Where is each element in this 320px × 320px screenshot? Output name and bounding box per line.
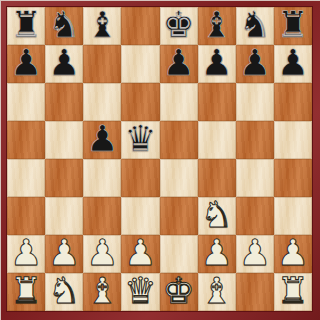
square-e4[interactable] — [160, 159, 198, 197]
black-bishop-piece[interactable]: ♝ — [86, 6, 118, 44]
square-b3[interactable] — [45, 197, 83, 235]
square-d6[interactable] — [121, 83, 159, 121]
square-c1[interactable]: ♝ — [83, 273, 121, 311]
square-e7[interactable]: ♟ — [160, 45, 198, 83]
white-rook-piece[interactable]: ♜ — [10, 272, 42, 310]
white-pawn-piece[interactable]: ♟ — [277, 234, 309, 272]
square-e3[interactable] — [160, 197, 198, 235]
square-b5[interactable] — [45, 121, 83, 159]
square-f4[interactable] — [198, 159, 236, 197]
square-g4[interactable] — [236, 159, 274, 197]
square-h1[interactable]: ♜ — [274, 273, 312, 311]
square-d2[interactable]: ♟ — [121, 235, 159, 273]
white-queen-piece[interactable]: ♛ — [124, 272, 156, 310]
square-g8[interactable]: ♞ — [236, 7, 274, 45]
square-e5[interactable] — [160, 121, 198, 159]
white-rook-piece[interactable]: ♜ — [277, 272, 309, 310]
white-pawn-piece[interactable]: ♟ — [48, 234, 80, 272]
square-a6[interactable] — [7, 83, 45, 121]
white-knight-piece[interactable]: ♞ — [201, 196, 233, 234]
square-g3[interactable] — [236, 197, 274, 235]
square-f8[interactable]: ♝ — [198, 7, 236, 45]
square-e8[interactable]: ♚ — [160, 7, 198, 45]
square-f7[interactable]: ♟ — [198, 45, 236, 83]
square-a8[interactable]: ♜ — [7, 7, 45, 45]
square-f1[interactable]: ♝ — [198, 273, 236, 311]
square-d7[interactable] — [121, 45, 159, 83]
square-c6[interactable] — [83, 83, 121, 121]
black-pawn-piece[interactable]: ♟ — [239, 44, 271, 82]
square-c2[interactable]: ♟ — [83, 235, 121, 273]
square-d1[interactable]: ♛ — [121, 273, 159, 311]
black-rook-piece[interactable]: ♜ — [277, 6, 309, 44]
chess-board: ♜♞♝♚♝♞♜♟♟♟♟♟♟♟♛♞♟♟♟♟♟♟♟♜♞♝♛♚♝♜ — [7, 7, 312, 311]
square-b7[interactable]: ♟ — [45, 45, 83, 83]
square-g7[interactable]: ♟ — [236, 45, 274, 83]
square-c3[interactable] — [83, 197, 121, 235]
square-e2[interactable] — [160, 235, 198, 273]
square-c4[interactable] — [83, 159, 121, 197]
square-g2[interactable]: ♟ — [236, 235, 274, 273]
square-c7[interactable] — [83, 45, 121, 83]
black-knight-piece[interactable]: ♞ — [239, 6, 271, 44]
square-f2[interactable]: ♟ — [198, 235, 236, 273]
square-h7[interactable]: ♟ — [274, 45, 312, 83]
square-c8[interactable]: ♝ — [83, 7, 121, 45]
white-bishop-piece[interactable]: ♝ — [201, 272, 233, 310]
white-pawn-piece[interactable]: ♟ — [201, 234, 233, 272]
square-b1[interactable]: ♞ — [45, 273, 83, 311]
square-a2[interactable]: ♟ — [7, 235, 45, 273]
white-pawn-piece[interactable]: ♟ — [239, 234, 271, 272]
square-f3[interactable]: ♞ — [198, 197, 236, 235]
square-a3[interactable] — [7, 197, 45, 235]
square-d3[interactable] — [121, 197, 159, 235]
square-b8[interactable]: ♞ — [45, 7, 83, 45]
white-bishop-piece[interactable]: ♝ — [86, 272, 118, 310]
square-a7[interactable]: ♟ — [7, 45, 45, 83]
white-pawn-piece[interactable]: ♟ — [86, 234, 118, 272]
black-knight-piece[interactable]: ♞ — [48, 6, 80, 44]
square-a1[interactable]: ♜ — [7, 273, 45, 311]
black-pawn-piece[interactable]: ♟ — [162, 44, 194, 82]
black-king-piece[interactable]: ♚ — [162, 6, 194, 44]
white-knight-piece[interactable]: ♞ — [48, 272, 80, 310]
square-e1[interactable]: ♚ — [160, 273, 198, 311]
square-c5[interactable]: ♟ — [83, 121, 121, 159]
white-pawn-piece[interactable]: ♟ — [10, 234, 42, 272]
black-rook-piece[interactable]: ♜ — [10, 6, 42, 44]
black-queen-piece[interactable]: ♛ — [124, 120, 156, 158]
square-h4[interactable] — [274, 159, 312, 197]
black-bishop-piece[interactable]: ♝ — [201, 6, 233, 44]
black-pawn-piece[interactable]: ♟ — [86, 120, 118, 158]
black-pawn-piece[interactable]: ♟ — [48, 44, 80, 82]
square-g5[interactable] — [236, 121, 274, 159]
square-d5[interactable]: ♛ — [121, 121, 159, 159]
square-a4[interactable] — [7, 159, 45, 197]
board-frame: ♜♞♝♚♝♞♜♟♟♟♟♟♟♟♛♞♟♟♟♟♟♟♟♜♞♝♛♚♝♜ — [0, 0, 320, 320]
black-pawn-piece[interactable]: ♟ — [277, 44, 309, 82]
square-e6[interactable] — [160, 83, 198, 121]
black-pawn-piece[interactable]: ♟ — [201, 44, 233, 82]
square-h6[interactable] — [274, 83, 312, 121]
square-h2[interactable]: ♟ — [274, 235, 312, 273]
square-b4[interactable] — [45, 159, 83, 197]
square-h8[interactable]: ♜ — [274, 7, 312, 45]
square-b6[interactable] — [45, 83, 83, 121]
square-b2[interactable]: ♟ — [45, 235, 83, 273]
square-d8[interactable] — [121, 7, 159, 45]
square-g6[interactable] — [236, 83, 274, 121]
square-a5[interactable] — [7, 121, 45, 159]
black-pawn-piece[interactable]: ♟ — [10, 44, 42, 82]
square-g1[interactable] — [236, 273, 274, 311]
square-h5[interactable] — [274, 121, 312, 159]
white-pawn-piece[interactable]: ♟ — [124, 234, 156, 272]
square-f5[interactable] — [198, 121, 236, 159]
square-h3[interactable] — [274, 197, 312, 235]
square-f6[interactable] — [198, 83, 236, 121]
square-d4[interactable] — [121, 159, 159, 197]
white-king-piece[interactable]: ♚ — [162, 272, 194, 310]
